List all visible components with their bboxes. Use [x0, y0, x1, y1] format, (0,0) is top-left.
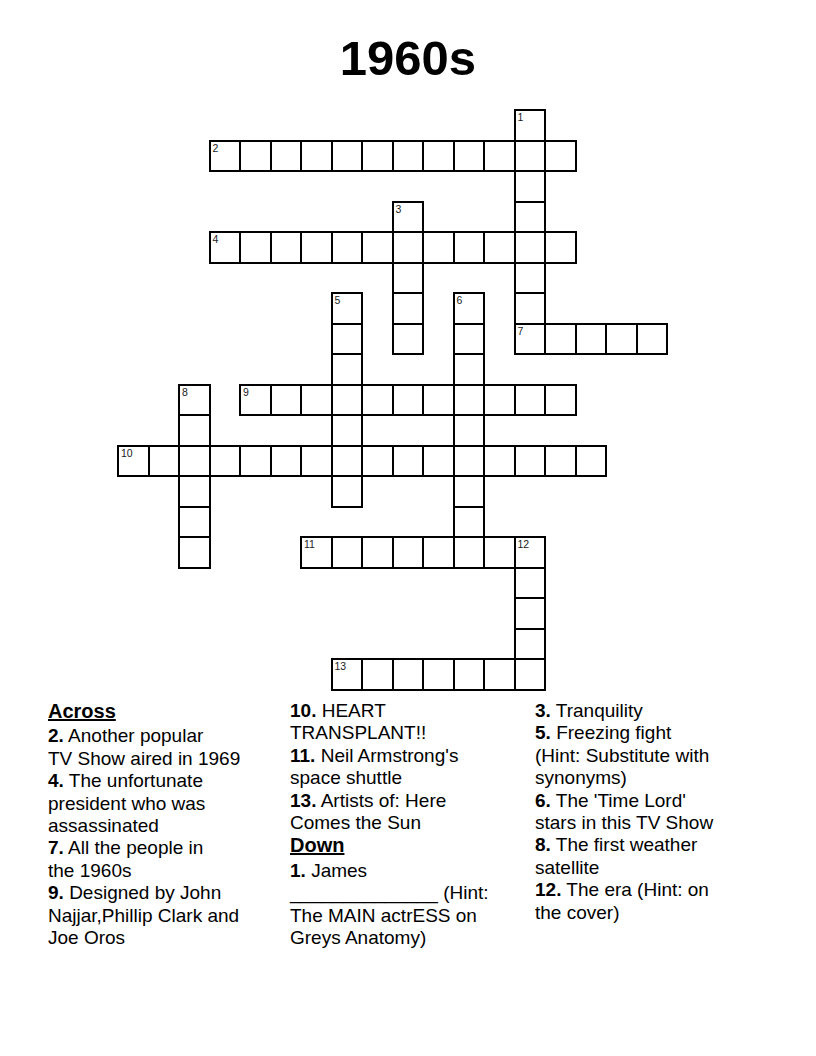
clue-number-7: 7	[518, 326, 524, 337]
grid-cell-r7-c9[interactable]	[392, 323, 425, 356]
grid-cell-r17-c13[interactable]	[514, 628, 547, 661]
grid-cell-r9-c7[interactable]	[331, 384, 364, 417]
grid-cell-r6-c11[interactable]: 6	[453, 292, 486, 325]
grid-cell-r1-c6[interactable]	[300, 140, 333, 173]
grid-cell-r1-c12[interactable]	[483, 140, 516, 173]
grid-cell-r11-c4[interactable]	[239, 445, 272, 478]
grid-cell-r1-c5[interactable]	[270, 140, 303, 173]
grid-cell-r11-c6[interactable]	[300, 445, 333, 478]
grid-cell-r1-c13[interactable]	[514, 140, 547, 173]
grid-cell-r18-c9[interactable]	[392, 658, 425, 691]
grid-cell-r14-c8[interactable]	[361, 536, 394, 569]
grid-cell-r4-c3[interactable]: 4	[209, 231, 242, 264]
grid-cell-r15-c13[interactable]	[514, 567, 547, 600]
clue-number-2: 2	[213, 143, 219, 154]
clue-down-8: 8. The first weathersatellite	[535, 834, 783, 879]
grid-cell-r11-c3[interactable]	[209, 445, 242, 478]
grid-cell-r0-c13[interactable]: 1	[514, 109, 547, 142]
grid-cell-r4-c14[interactable]	[544, 231, 577, 264]
grid-cell-r4-c7[interactable]	[331, 231, 364, 264]
clue-number-12: 12	[518, 539, 530, 550]
clue-number-13: 13	[335, 661, 347, 672]
grid-cell-r9-c14[interactable]	[544, 384, 577, 417]
grid-cell-r7-c16[interactable]	[605, 323, 638, 356]
grid-cell-r18-c7[interactable]: 13	[331, 658, 364, 691]
grid-cell-r11-c2[interactable]	[178, 445, 211, 478]
clue-across-2: 2. Another popularTV Show aired in 1969	[48, 725, 288, 770]
grid-cell-r9-c6[interactable]	[300, 384, 333, 417]
grid-cell-r11-c12[interactable]	[483, 445, 516, 478]
grid-cell-r4-c12[interactable]	[483, 231, 516, 264]
grid-cell-r9-c12[interactable]	[483, 384, 516, 417]
clue-down-1: 1. James______________ (Hint:The MAIN ac…	[290, 860, 533, 950]
grid-cell-r1-c8[interactable]	[361, 140, 394, 173]
grid-cell-r9-c11[interactable]	[453, 384, 486, 417]
grid-cell-r3-c9[interactable]: 3	[392, 201, 425, 234]
clue-down-6: 6. The 'Time Lord'stars in this TV Show	[535, 790, 783, 835]
grid-cell-r9-c13[interactable]	[514, 384, 547, 417]
clue-down-3: 3. Tranquility	[535, 700, 783, 722]
clue-across-13: 13. Artists of: HereComes the Sun	[290, 790, 533, 835]
grid-cell-r4-c9[interactable]	[392, 231, 425, 264]
clue-column-2: 10. HEARTTRANSPLANT!!11. Neil Armstrong'…	[290, 700, 533, 949]
grid-cell-r7-c15[interactable]	[575, 323, 608, 356]
crossword-grid: 12345678910111213	[118, 110, 667, 690]
grid-cell-r1-c7[interactable]	[331, 140, 364, 173]
grid-cell-r16-c13[interactable]	[514, 597, 547, 630]
grid-cell-r1-c14[interactable]	[544, 140, 577, 173]
grid-cell-r4-c8[interactable]	[361, 231, 394, 264]
grid-cell-r18-c8[interactable]	[361, 658, 394, 691]
grid-cell-r11-c5[interactable]	[270, 445, 303, 478]
grid-cell-r4-c5[interactable]	[270, 231, 303, 264]
grid-cell-r4-c13[interactable]	[514, 231, 547, 264]
grid-cell-r10-c7[interactable]	[331, 414, 364, 447]
grid-cell-r3-c13[interactable]	[514, 201, 547, 234]
grid-cell-r9-c8[interactable]	[361, 384, 394, 417]
grid-cell-r11-c0[interactable]: 10	[117, 445, 150, 478]
clue-number-8: 8	[182, 387, 188, 398]
grid-cell-r1-c4[interactable]	[239, 140, 272, 173]
grid-cell-r7-c14[interactable]	[544, 323, 577, 356]
clue-across-4: 4. The unfortunatepresident who wasassas…	[48, 770, 288, 837]
grid-cell-r1-c10[interactable]	[422, 140, 455, 173]
clue-number-9: 9	[243, 387, 249, 398]
grid-cell-r8-c7[interactable]	[331, 353, 364, 386]
grid-cell-r14-c2[interactable]	[178, 536, 211, 569]
clue-column-3: 3. Tranquility5. Freezing fight(Hint: Su…	[535, 700, 783, 924]
grid-cell-r5-c9[interactable]	[392, 262, 425, 295]
down-header: Down	[290, 834, 533, 856]
grid-cell-r11-c15[interactable]	[575, 445, 608, 478]
clue-down-5: 5. Freezing fight(Hint: Substitute withs…	[535, 722, 783, 789]
grid-cell-r6-c7[interactable]: 5	[331, 292, 364, 325]
grid-cell-r6-c9[interactable]	[392, 292, 425, 325]
grid-cell-r10-c2[interactable]	[178, 414, 211, 447]
grid-cell-r9-c4[interactable]: 9	[239, 384, 272, 417]
clue-number-3: 3	[396, 204, 402, 215]
grid-cell-r11-c8[interactable]	[361, 445, 394, 478]
grid-cell-r10-c11[interactable]	[453, 414, 486, 447]
grid-cell-r14-c11[interactable]	[453, 536, 486, 569]
grid-cell-r14-c10[interactable]	[422, 536, 455, 569]
grid-cell-r9-c10[interactable]	[422, 384, 455, 417]
clue-number-4: 4	[213, 234, 219, 245]
grid-cell-r7-c13[interactable]: 7	[514, 323, 547, 356]
grid-cell-r5-c13[interactable]	[514, 262, 547, 295]
grid-cell-r9-c5[interactable]	[270, 384, 303, 417]
clue-area: Across2. Another popularTV Show aired in…	[0, 700, 816, 980]
grid-cell-r4-c4[interactable]	[239, 231, 272, 264]
grid-cell-r4-c10[interactable]	[422, 231, 455, 264]
grid-cell-r7-c11[interactable]	[453, 323, 486, 356]
grid-cell-r7-c17[interactable]	[636, 323, 669, 356]
grid-cell-r18-c13[interactable]	[514, 658, 547, 691]
puzzle-title: 1960s	[0, 30, 816, 86]
grid-cell-r12-c7[interactable]	[331, 475, 364, 508]
grid-cell-r1-c11[interactable]	[453, 140, 486, 173]
grid-cell-r4-c6[interactable]	[300, 231, 333, 264]
grid-cell-r11-c14[interactable]	[544, 445, 577, 478]
grid-cell-r4-c11[interactable]	[453, 231, 486, 264]
grid-cell-r7-c7[interactable]	[331, 323, 364, 356]
grid-cell-r14-c13[interactable]: 12	[514, 536, 547, 569]
grid-cell-r11-c7[interactable]	[331, 445, 364, 478]
clue-number-1: 1	[518, 112, 524, 123]
grid-cell-r14-c7[interactable]	[331, 536, 364, 569]
grid-cell-r13-c11[interactable]	[453, 506, 486, 539]
clue-number-6: 6	[457, 295, 463, 306]
grid-cell-r1-c3[interactable]: 2	[209, 140, 242, 173]
clue-across-11: 11. Neil Armstrong'sspace shuttle	[290, 745, 533, 790]
grid-cell-r1-c9[interactable]	[392, 140, 425, 173]
grid-cell-r11-c9[interactable]	[392, 445, 425, 478]
grid-cell-r14-c12[interactable]	[483, 536, 516, 569]
grid-cell-r12-c11[interactable]	[453, 475, 486, 508]
grid-cell-r11-c10[interactable]	[422, 445, 455, 478]
grid-cell-r12-c2[interactable]	[178, 475, 211, 508]
grid-cell-r11-c13[interactable]	[514, 445, 547, 478]
grid-cell-r8-c11[interactable]	[453, 353, 486, 386]
clue-across-9: 9. Designed by JohnNajjar,Phillip Clark …	[48, 882, 288, 949]
grid-cell-r13-c2[interactable]	[178, 506, 211, 539]
grid-cell-r9-c9[interactable]	[392, 384, 425, 417]
grid-cell-r11-c1[interactable]	[148, 445, 181, 478]
grid-cell-r14-c9[interactable]	[392, 536, 425, 569]
clue-column-1: Across2. Another popularTV Show aired in…	[48, 700, 288, 949]
grid-cell-r14-c6[interactable]: 11	[300, 536, 333, 569]
clue-number-10: 10	[121, 448, 133, 459]
clue-across-10: 10. HEARTTRANSPLANT!!	[290, 700, 533, 745]
grid-cell-r18-c11[interactable]	[453, 658, 486, 691]
clue-across-7: 7. All the people inthe 1960s	[48, 837, 288, 882]
grid-cell-r2-c13[interactable]	[514, 170, 547, 203]
grid-cell-r6-c13[interactable]	[514, 292, 547, 325]
clue-number-11: 11	[304, 539, 315, 550]
clue-down-12: 12. The era (Hint: onthe cover)	[535, 879, 783, 924]
grid-cell-r11-c11[interactable]	[453, 445, 486, 478]
across-header: Across	[48, 700, 288, 722]
grid-cell-r9-c2[interactable]: 8	[178, 384, 211, 417]
grid-cell-r18-c10[interactable]	[422, 658, 455, 691]
page: { "game": "crossword", "title": "1960s",…	[0, 0, 816, 1056]
grid-cell-r18-c12[interactable]	[483, 658, 516, 691]
clue-number-5: 5	[335, 295, 341, 306]
